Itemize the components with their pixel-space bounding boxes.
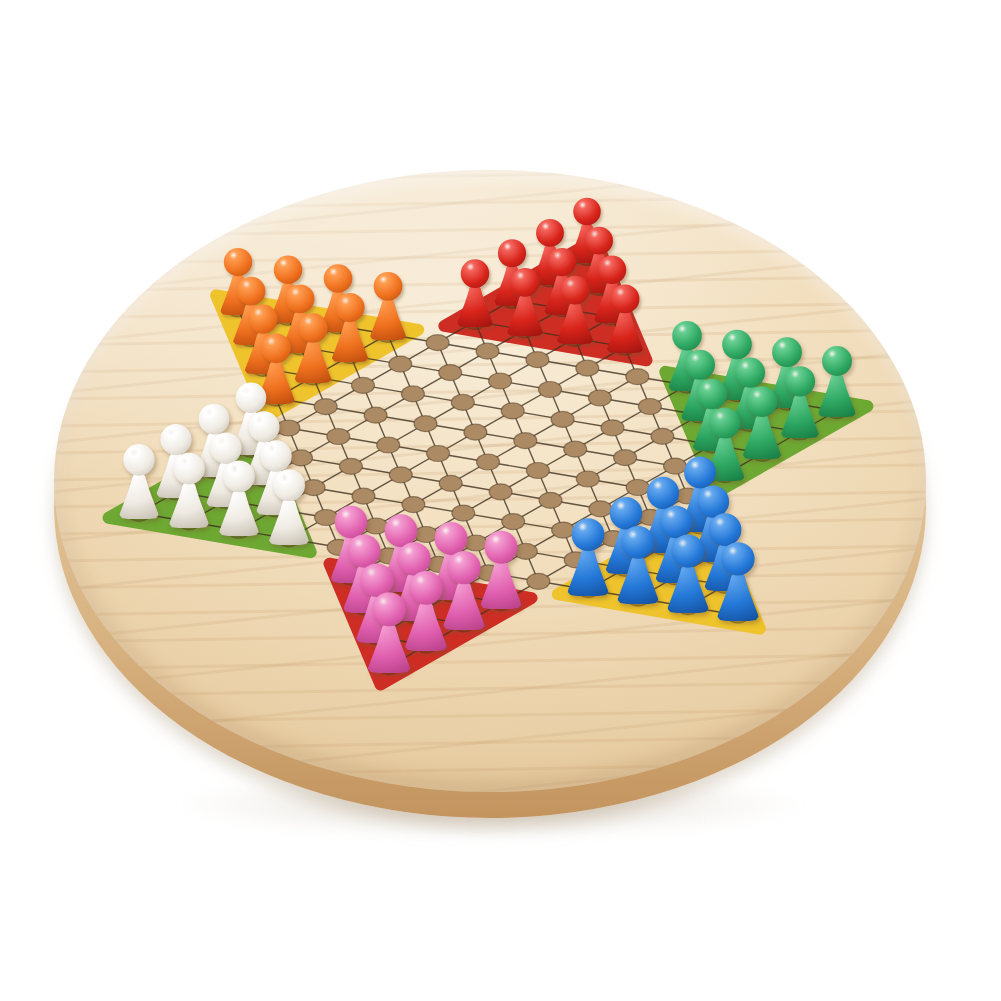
pawn-head [335,506,368,539]
pawn-body [269,497,309,545]
pawn-head [236,276,265,305]
pawn-head [224,248,252,276]
pawn-head [298,313,327,342]
pawn-red[interactable] [505,268,544,336]
pawn-white[interactable] [217,461,261,537]
pawn-head [273,469,305,501]
pawn-body [457,285,493,328]
pawn-body [607,310,643,353]
pawn-head [461,260,490,289]
pawn-head [511,268,540,297]
pawn-blue[interactable] [616,526,661,604]
pawn-body [119,472,158,519]
pawn-blue[interactable] [566,518,611,596]
pawn-head [548,247,576,275]
pawn-body [818,372,855,417]
pawn-head [735,358,765,388]
pawn-body [332,318,368,362]
pawn-head [610,284,639,313]
pawn-head [336,293,365,322]
pawn-body [568,547,609,596]
chinese-checkers-board-photo [0,0,1001,1001]
pawn-head [123,444,155,476]
pawn-head [249,305,278,334]
pawns-layer [0,0,1001,1001]
pawn-head [248,412,279,443]
pawn-head [659,506,692,539]
pawn-head [173,453,205,485]
pawn-head [261,334,291,364]
pawn-head [747,387,778,418]
pawn-head [324,264,353,293]
pawn-head [161,424,192,455]
pawn-green[interactable] [741,387,783,460]
pawn-white[interactable] [117,444,160,519]
pawn-head [598,256,626,284]
pawn-body [169,480,209,528]
pawn-white[interactable] [167,453,211,528]
pawn-head [647,477,679,509]
pawn-white[interactable] [267,469,311,545]
pawn-body [219,489,259,537]
pawn-head [223,461,255,493]
pawn-head [721,542,754,575]
pawn-orange[interactable] [330,293,370,362]
pawn-head [286,284,315,313]
pawn-head [373,272,402,301]
pawn-head [784,366,814,396]
pawn-head [573,198,600,225]
pawn-head [772,337,802,367]
pawn-head [485,530,518,563]
pawn-blue[interactable] [715,542,761,621]
pawn-head [572,518,605,551]
pawn-head [672,321,702,351]
pawn-head [697,379,727,409]
pawn-body [507,293,543,336]
pawn-red[interactable] [455,260,494,328]
pawn-head [498,239,526,267]
pawn-body [717,571,759,621]
pawn-body [667,563,708,613]
pawn-head [585,227,613,255]
pawn-body [295,339,332,383]
pawn-body [743,413,781,459]
pawn-head [622,526,655,559]
pawn-red[interactable] [555,276,595,344]
pawn-head [536,219,564,247]
pawn-head [684,456,716,488]
pawn-head [410,571,444,605]
pawn-pink[interactable] [366,592,413,673]
pawn-head [560,276,589,305]
pawn-body [368,622,411,673]
pawn-head [722,329,752,359]
pawn-head [709,407,740,438]
pawn-green[interactable] [779,366,821,438]
pawn-head [447,551,480,584]
pawn-head [372,592,406,626]
pawn-head [274,256,302,284]
pawn-body [557,301,593,344]
pawn-orange[interactable] [293,313,333,383]
pawn-head [672,534,705,567]
pawn-blue[interactable] [665,534,710,613]
pawn-red[interactable] [605,284,645,353]
pawn-head [198,403,229,434]
pawn-green[interactable] [816,346,857,417]
pawn-head [211,432,242,463]
pawn-head [685,350,715,380]
pawn-body [781,393,819,438]
pawn-head [260,440,291,471]
pawn-head [822,346,852,376]
pawn-orange[interactable] [368,272,407,340]
pawn-head [236,383,267,414]
pawn-body [618,555,659,604]
pawn-body [370,297,406,340]
